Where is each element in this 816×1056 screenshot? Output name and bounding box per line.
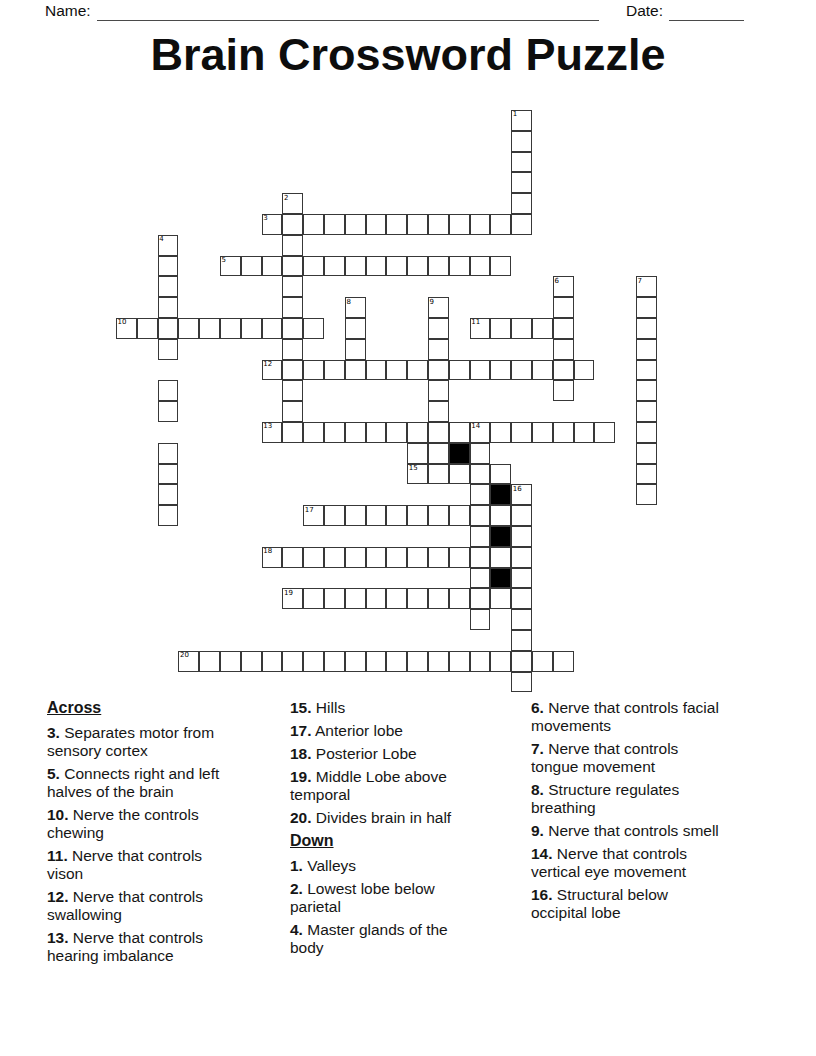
grid-cell[interactable] [490,547,511,568]
grid-cell[interactable] [345,651,366,672]
grid-cell[interactable] [303,214,324,235]
grid-cell[interactable] [532,422,553,443]
grid-cell[interactable] [282,297,303,318]
clue-item-a3: 3. Separates motor from sensory cortex [47,724,239,760]
grid-cell[interactable] [449,547,470,568]
grid-cell[interactable] [511,484,532,505]
clue-item-a15: 15. Hills [290,699,482,717]
grid-cell[interactable] [178,318,199,339]
grid-cell[interactable] [511,609,532,630]
grid-cell[interactable] [449,360,470,381]
grid-cell[interactable] [428,464,449,485]
clue-item-d4: 4. Master glands of the body [290,921,482,957]
grid-cell[interactable] [158,443,179,464]
grid-cell[interactable] [158,484,179,505]
grid-cell[interactable] [470,588,491,609]
grid-cell[interactable] [116,318,137,339]
grid-cell[interactable] [428,401,449,422]
grid-cell[interactable] [324,214,345,235]
clue-item-a11: 11. Nerve that controls vison [47,847,239,883]
grid-cell[interactable] [386,256,407,277]
grid-cell[interactable] [282,235,303,256]
grid-cell[interactable] [407,651,428,672]
grid-cell[interactable] [511,193,532,214]
grid-cell[interactable] [282,318,303,339]
name-date-header: Name: Date: [45,2,744,21]
grid-cell[interactable] [490,360,511,381]
grid-cell[interactable] [511,651,532,672]
grid-cell[interactable] [262,651,283,672]
grid-cell[interactable] [553,651,574,672]
grid-cell[interactable] [470,214,491,235]
grid-cell[interactable] [137,318,158,339]
grid-cell[interactable] [470,484,491,505]
grid-cell[interactable] [511,526,532,547]
grid-cell[interactable] [490,464,511,485]
grid-cell[interactable] [470,256,491,277]
grid-cell[interactable] [220,256,241,277]
grid-cell[interactable] [386,547,407,568]
grid-cell[interactable] [303,318,324,339]
grid-cell[interactable] [324,360,345,381]
clue-item-d6: 6. Nerve that controls facial movements [531,699,723,735]
grid-cell[interactable] [303,256,324,277]
grid-cell[interactable] [324,651,345,672]
grid-cell[interactable] [366,256,387,277]
clue-item-a5: 5. Connects right and left halves of the… [47,765,239,801]
grid-cell[interactable] [345,422,366,443]
grid-cell[interactable] [511,630,532,651]
grid-cell[interactable] [490,214,511,235]
grid-cell[interactable] [324,588,345,609]
grid-cell[interactable] [345,297,366,318]
grid-cell[interactable] [511,505,532,526]
grid-cell[interactable] [366,651,387,672]
grid-cell[interactable] [324,505,345,526]
grid-cell[interactable] [303,360,324,381]
grid-cell[interactable] [511,131,532,152]
grid-cell[interactable] [158,318,179,339]
grid-cell[interactable] [511,214,532,235]
grid-cell[interactable] [282,651,303,672]
grid-cell[interactable] [282,360,303,381]
clue-column-3: 6. Nerve that controls facial movements7… [531,699,723,927]
name-label: Name: [45,2,91,21]
clue-item-a17: 17. Anterior lobe [290,722,482,740]
grid-cell[interactable] [303,505,324,526]
grid-cell[interactable] [386,505,407,526]
down-header: Down [290,832,482,850]
grid-cell[interactable] [366,360,387,381]
grid-cell[interactable] [407,464,428,485]
grid-cell[interactable] [324,547,345,568]
grid-cell[interactable] [407,443,428,464]
grid-cell[interactable] [511,588,532,609]
grid-cell[interactable] [178,651,199,672]
grid-cell[interactable] [532,651,553,672]
grid-cell[interactable] [490,422,511,443]
grid-cell[interactable] [407,360,428,381]
grid-cell[interactable] [282,588,303,609]
grid-cell[interactable] [386,422,407,443]
grid-cell[interactable] [428,588,449,609]
grid-cell[interactable] [449,588,470,609]
grid-cell[interactable] [428,443,449,464]
grid-cell[interactable] [220,318,241,339]
grid-cell[interactable] [449,256,470,277]
grid-cell[interactable] [511,172,532,193]
name-blank-line [97,5,599,21]
date-blank-line [669,5,744,21]
grid-cell[interactable] [636,339,657,360]
grid-cell[interactable] [158,464,179,485]
clue-column-2: 15. Hills17. Anterior lobe18. Posterior … [290,699,482,962]
grid-cell[interactable] [199,651,220,672]
grid-cell[interactable] [511,110,532,131]
grid-cell[interactable] [241,318,262,339]
grid-cell[interactable] [449,464,470,485]
grid-cell[interactable] [345,214,366,235]
date-label: Date: [626,2,663,21]
grid-cell[interactable] [636,380,657,401]
grid-cell[interactable] [282,422,303,443]
grid-cell[interactable] [366,505,387,526]
grid-cell[interactable] [511,152,532,173]
grid-cell[interactable] [262,547,283,568]
grid-cell[interactable] [470,443,491,464]
grid-cell[interactable] [449,505,470,526]
grid-cell[interactable] [470,526,491,547]
grid-cell[interactable] [241,256,262,277]
grid-cell[interactable] [324,256,345,277]
page-title: Brain Crossword Puzzle [0,29,816,81]
clue-item-a19: 19. Middle Lobe above temporal [290,768,482,804]
grid-cell[interactable] [449,214,470,235]
grid-cell[interactable] [428,422,449,443]
grid-cell[interactable] [407,505,428,526]
grid-cell[interactable] [282,214,303,235]
grid-cell[interactable] [282,193,303,214]
grid-cell[interactable] [282,547,303,568]
grid-cell[interactable] [262,256,283,277]
grid-cell[interactable] [553,360,574,381]
grid-cell[interactable] [345,318,366,339]
grid-cell[interactable] [636,297,657,318]
grid-cell[interactable] [470,609,491,630]
grid-cell[interactable] [158,339,179,360]
grid-cell[interactable] [470,651,491,672]
grid-cell[interactable] [636,276,657,297]
grid-cell[interactable] [553,422,574,443]
grid-cell[interactable] [386,651,407,672]
black-cell [490,568,511,589]
grid-cell[interactable] [428,214,449,235]
grid-cell[interactable] [303,547,324,568]
grid-cell[interactable] [428,360,449,381]
grid-cell[interactable] [553,297,574,318]
grid-cell[interactable] [490,505,511,526]
grid-cell[interactable] [636,401,657,422]
grid-cell[interactable] [158,297,179,318]
grid-cell[interactable] [345,588,366,609]
black-cell [490,484,511,505]
grid-cell[interactable] [282,339,303,360]
grid-cell[interactable] [345,547,366,568]
clue-item-d14: 14. Nerve that controls vertical eye mov… [531,845,723,881]
grid-cell[interactable] [386,360,407,381]
grid-cell[interactable] [282,256,303,277]
grid-cell[interactable] [345,360,366,381]
grid-cell[interactable] [366,588,387,609]
grid-cell[interactable] [282,276,303,297]
grid-cell[interactable] [636,360,657,381]
grid-cell[interactable] [407,547,428,568]
grid-cell[interactable] [428,651,449,672]
grid-cell[interactable] [345,339,366,360]
clue-item-d9: 9. Nerve that controls smell [531,822,723,840]
grid-cell[interactable] [511,360,532,381]
grid-cell[interactable] [574,360,595,381]
grid-cell[interactable] [511,422,532,443]
grid-cell[interactable] [511,547,532,568]
grid-cell[interactable] [282,401,303,422]
grid-cell[interactable] [449,651,470,672]
grid-cell[interactable] [594,422,615,443]
grid-cell[interactable] [366,547,387,568]
grid-cell[interactable] [428,297,449,318]
clue-item-d1: 1. Valleys [290,857,482,875]
grid-cell[interactable] [158,505,179,526]
grid-cell[interactable] [428,339,449,360]
grid-cell[interactable] [470,505,491,526]
grid-cell[interactable] [470,547,491,568]
clue-column-1: Across3. Separates motor from sensory co… [47,699,239,970]
grid-cell[interactable] [262,214,283,235]
grid-cell[interactable] [428,505,449,526]
black-cell [449,443,470,464]
black-cell [490,526,511,547]
grid-cell[interactable] [407,588,428,609]
grid-cell[interactable] [366,422,387,443]
grid-cell[interactable] [636,484,657,505]
grid-cell[interactable] [470,360,491,381]
grid-cell[interactable] [407,422,428,443]
grid-cell[interactable] [470,422,491,443]
clue-item-a10: 10. Nerve the controls chewing [47,806,239,842]
clue-item-d16: 16. Structural below occipital lobe [531,886,723,922]
grid-cell[interactable] [636,422,657,443]
grid-cell[interactable] [241,651,262,672]
worksheet-page: Name: Date: Brain Crossword Puzzle 35101… [0,0,816,1056]
grid-cell[interactable] [511,672,532,693]
clue-item-a13: 13. Nerve that controls hearing imbalanc… [47,929,239,965]
clue-item-a18: 18. Posterior Lobe [290,745,482,763]
grid-cell[interactable] [303,588,324,609]
grid-cell[interactable] [428,256,449,277]
grid-cell[interactable] [449,422,470,443]
grid-cell[interactable] [553,276,574,297]
grid-cell[interactable] [428,318,449,339]
across-header: Across [47,699,239,717]
grid-cell[interactable] [636,443,657,464]
grid-cell[interactable] [511,318,532,339]
grid-cell[interactable] [636,464,657,485]
grid-cell[interactable] [470,568,491,589]
grid-cell[interactable] [199,318,220,339]
grid-cell[interactable] [490,318,511,339]
grid-cell[interactable] [553,339,574,360]
grid-cell[interactable] [470,464,491,485]
clue-item-a12: 12. Nerve that controls swallowing [47,888,239,924]
grid-cell[interactable] [262,422,283,443]
grid-cell[interactable] [574,422,595,443]
grid-cell[interactable] [262,360,283,381]
clue-item-d8: 8. Structure regulates breathing [531,781,723,817]
grid-cell[interactable] [158,235,179,256]
grid-cell[interactable] [220,651,241,672]
grid-cell[interactable] [470,318,491,339]
grid-cell[interactable] [428,380,449,401]
grid-cell[interactable] [386,214,407,235]
grid-cell[interactable] [282,380,303,401]
clue-item-d7: 7. Nerve that controls tongue movement [531,740,723,776]
grid-cell[interactable] [636,318,657,339]
grid-cell[interactable] [324,422,345,443]
grid-cell[interactable] [345,505,366,526]
grid-cell[interactable] [303,422,324,443]
grid-cell[interactable] [158,380,179,401]
grid-cell[interactable] [490,651,511,672]
grid-cell[interactable] [428,547,449,568]
grid-cell[interactable] [532,360,553,381]
grid-cell[interactable] [511,568,532,589]
grid-cell[interactable] [553,318,574,339]
grid-cell[interactable] [490,256,511,277]
grid-cell[interactable] [532,318,553,339]
clue-item-d2: 2. Lowest lobe below parietal [290,880,482,916]
grid-cell[interactable] [366,214,387,235]
grid-cell[interactable] [407,214,428,235]
grid-cell[interactable] [345,256,366,277]
grid-cell[interactable] [158,401,179,422]
grid-cell[interactable] [407,256,428,277]
clue-item-a20: 20. Divides brain in half [290,809,482,827]
grid-cell[interactable] [553,380,574,401]
grid-cell[interactable] [386,588,407,609]
grid-cell[interactable] [490,588,511,609]
grid-cell[interactable] [262,318,283,339]
grid-cell[interactable] [303,651,324,672]
grid-cell[interactable] [158,276,179,297]
grid-cell[interactable] [158,256,179,277]
